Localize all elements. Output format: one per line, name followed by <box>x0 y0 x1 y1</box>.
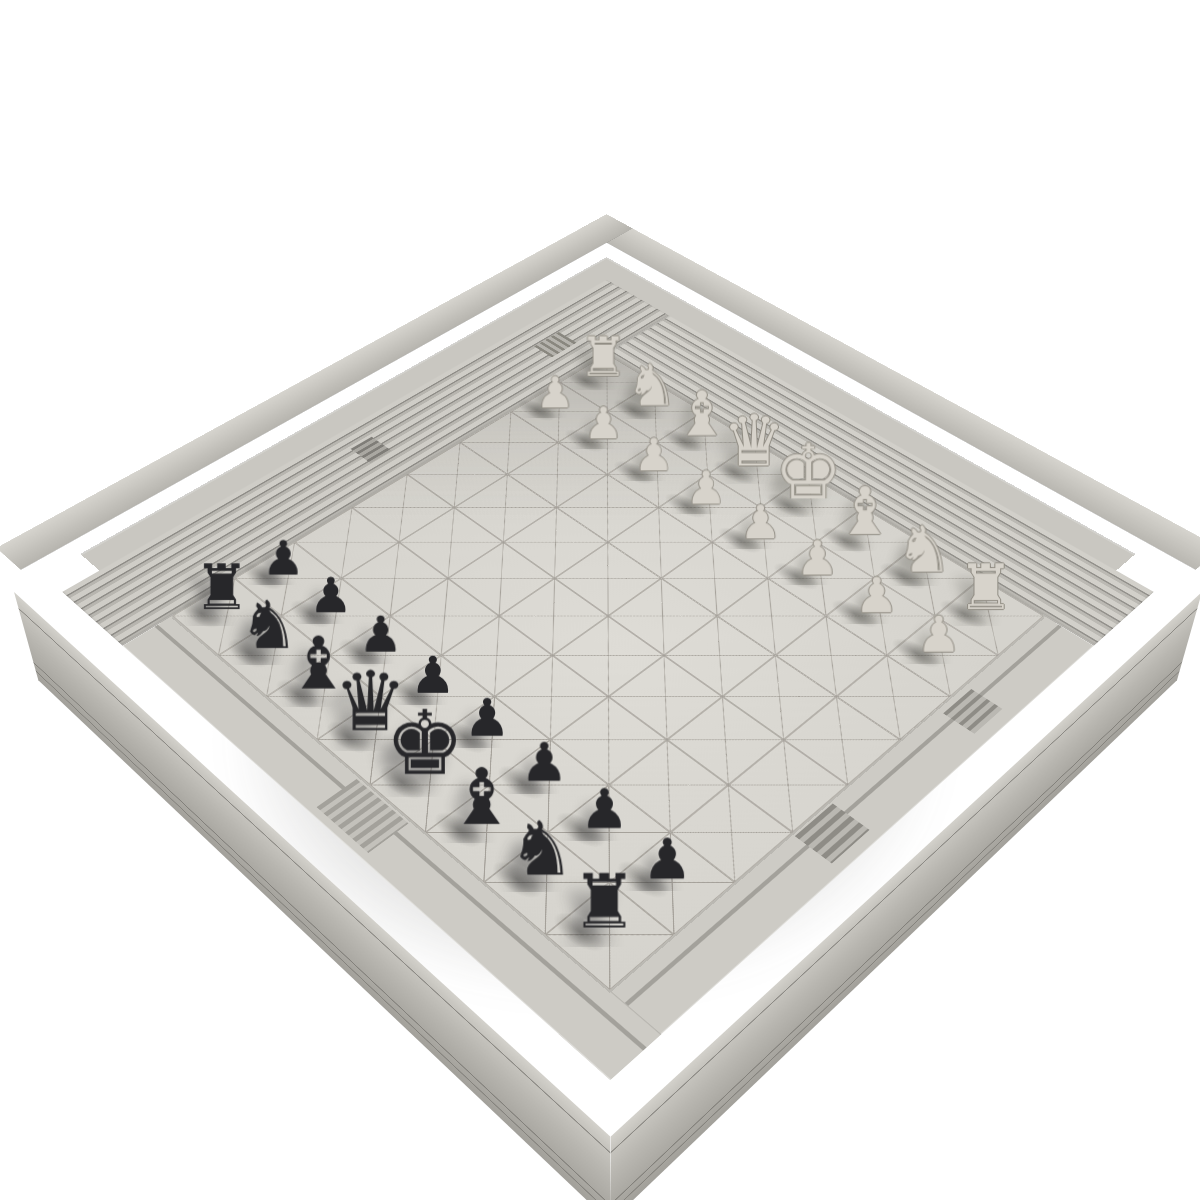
camera-stage: ♜♞♝♛♚♝♞♜♟♟♟♟♟♟♟♟♟♟♟♟♟♟♟♟♜♞♝♛♚♝♞♜ <box>0 0 1200 1200</box>
board-tray: ♜♞♝♛♚♝♞♜♟♟♟♟♟♟♟♟♟♟♟♟♟♟♟♟♜♞♝♛♚♝♞♜ <box>14 258 1200 1137</box>
square-c4 <box>503 508 607 579</box>
piece-black-rook: ♜ <box>532 865 676 939</box>
square-e3 <box>661 542 768 616</box>
chess-set-3d: ♜♞♝♛♚♝♞♜♟♟♟♟♟♟♟♟♟♟♟♟♟♟♟♟♜♞♝♛♚♝♞♜ <box>14 258 1200 1137</box>
square-f3 <box>717 578 826 655</box>
product-photo-scene: ♜♞♝♛♚♝♞♜♟♟♟♟♟♟♟♟♟♟♟♟♟♟♟♟♜♞♝♛♚♝♞♜ <box>0 0 1200 1200</box>
piece-white-pawn: ♟ <box>876 609 1001 659</box>
